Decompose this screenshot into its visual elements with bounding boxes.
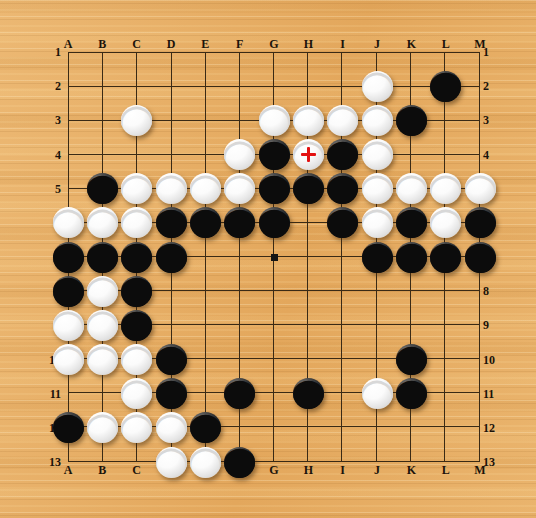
go-board-screenshot: AABBCCDDEEFFGGHHIIJJKKLLMM11223344556677…: [0, 0, 536, 518]
coord-label-left-4: 4: [35, 148, 61, 162]
stone-black-D6[interactable]: ●: [156, 207, 187, 238]
grid-cell: [206, 53, 240, 87]
stone-white-K5[interactable]: ○: [396, 173, 427, 204]
grid-cell: [69, 53, 103, 87]
coord-label-top-I: I: [330, 37, 356, 51]
stone-black-K3[interactable]: ●: [396, 105, 427, 136]
stone-white-D5[interactable]: ○: [156, 173, 187, 204]
coord-label-right-13: 13: [483, 455, 509, 469]
stone-white-J11[interactable]: ○: [362, 378, 393, 409]
coord-label-top-F: F: [227, 37, 253, 51]
grid-cell: [445, 359, 479, 393]
stone-white-B12[interactable]: ○: [87, 412, 118, 443]
coord-label-right-12: 12: [483, 421, 509, 435]
stone-black-C9[interactable]: ●: [121, 310, 152, 341]
coord-label-right-4: 4: [483, 148, 509, 162]
grid-cell: [308, 257, 342, 291]
grid-cell: [445, 291, 479, 325]
coord-label-left-11: 11: [35, 387, 61, 401]
coord-label-bottom-I: I: [330, 463, 356, 477]
stone-white-D12[interactable]: ○: [156, 412, 187, 443]
stone-white-B10[interactable]: ○: [87, 344, 118, 375]
grid-cell: [445, 121, 479, 155]
grid-cell: [445, 393, 479, 427]
stone-black-K10[interactable]: ●: [396, 344, 427, 375]
stone-white-J5[interactable]: ○: [362, 173, 393, 204]
coord-label-top-D: D: [158, 37, 184, 51]
stone-black-K11[interactable]: ●: [396, 378, 427, 409]
grid-cell: [274, 53, 308, 87]
coord-label-bottom-B: B: [89, 463, 115, 477]
coord-label-top-K: K: [398, 37, 424, 51]
stone-black-D7[interactable]: ●: [156, 242, 187, 273]
stone-black-I4[interactable]: ●: [327, 139, 358, 170]
grid-cell: [103, 53, 137, 87]
stone-black-F13[interactable]: ●: [224, 447, 255, 478]
stone-black-A8[interactable]: ●: [53, 276, 84, 307]
coord-label-top-B: B: [89, 37, 115, 51]
stone-black-H11[interactable]: ●: [293, 378, 324, 409]
coord-label-top-C: C: [124, 37, 150, 51]
grid-cell: [240, 53, 274, 87]
stone-black-E12[interactable]: ●: [190, 412, 221, 443]
stone-white-J6[interactable]: ○: [362, 207, 393, 238]
grid-cell: [240, 257, 274, 291]
coord-label-right-8: 8: [483, 284, 509, 298]
coord-label-top-G: G: [261, 37, 287, 51]
coord-label-bottom-G: G: [261, 463, 287, 477]
grid-cell: [342, 325, 376, 359]
coord-label-right-9: 9: [483, 318, 509, 332]
stone-black-K7[interactable]: ●: [396, 242, 427, 273]
grid-cell: [342, 427, 376, 461]
stone-white-E5[interactable]: ○: [190, 173, 221, 204]
go-board[interactable]: AABBCCDDEEFFGGHHIIJJKKLLMM11223344556677…: [0, 0, 536, 518]
grid-cell: [274, 291, 308, 325]
coord-label-left-13: 13: [35, 455, 61, 469]
grid-cell: [172, 53, 206, 87]
coord-label-bottom-C: C: [124, 463, 150, 477]
stone-black-G5[interactable]: ●: [259, 173, 290, 204]
grid-cell: [308, 325, 342, 359]
grid-cell: [69, 87, 103, 121]
stone-black-L7[interactable]: ●: [430, 242, 461, 273]
star-point-marker-G7: [271, 254, 278, 261]
coord-label-top-H: H: [295, 37, 321, 51]
grid-cell: [172, 121, 206, 155]
grid-cell: [240, 291, 274, 325]
stone-black-G4[interactable]: ●: [259, 139, 290, 170]
stone-white-C10[interactable]: ○: [121, 344, 152, 375]
grid-cell: [172, 291, 206, 325]
grid-cell: [342, 291, 376, 325]
coord-label-left-1: 1: [35, 45, 61, 59]
stone-white-B8[interactable]: ○: [87, 276, 118, 307]
stone-white-M5[interactable]: ○: [465, 173, 496, 204]
stone-black-G6[interactable]: ●: [259, 207, 290, 238]
stone-white-C3[interactable]: ○: [121, 105, 152, 136]
stone-black-L2[interactable]: ●: [430, 71, 461, 102]
stone-black-C7[interactable]: ●: [121, 242, 152, 273]
coord-label-right-3: 3: [483, 113, 509, 127]
stone-black-J7[interactable]: ●: [362, 242, 393, 273]
stone-white-G3[interactable]: ○: [259, 105, 290, 136]
stone-black-K6[interactable]: ●: [396, 207, 427, 238]
coord-label-bottom-L: L: [433, 463, 459, 477]
stone-black-A12[interactable]: ●: [53, 412, 84, 443]
stone-black-D11[interactable]: ●: [156, 378, 187, 409]
grid-cell: [206, 291, 240, 325]
stone-white-F4[interactable]: ○: [224, 139, 255, 170]
stone-black-M7[interactable]: ●: [465, 242, 496, 273]
coord-label-top-L: L: [433, 37, 459, 51]
stone-black-H5[interactable]: ●: [293, 173, 324, 204]
grid-cell: [445, 427, 479, 461]
grid-cell: [240, 325, 274, 359]
grid-cell: [172, 87, 206, 121]
coord-label-left-2: 2: [35, 79, 61, 93]
stone-white-B9[interactable]: ○: [87, 310, 118, 341]
stone-black-C8[interactable]: ●: [121, 276, 152, 307]
grid-cell: [377, 427, 411, 461]
coord-label-right-2: 2: [483, 79, 509, 93]
stone-white-E13[interactable]: ○: [190, 447, 221, 478]
coord-label-right-1: 1: [483, 45, 509, 59]
stone-black-B7[interactable]: ●: [87, 242, 118, 273]
stone-white-J4[interactable]: ○: [362, 139, 393, 170]
stone-white-A9[interactable]: ○: [53, 310, 84, 341]
grid-cell: [411, 427, 445, 461]
coord-label-left-3: 3: [35, 113, 61, 127]
coord-label-top-E: E: [192, 37, 218, 51]
coord-label-left-5: 5: [35, 182, 61, 196]
stone-black-E6[interactable]: ●: [190, 207, 221, 238]
coord-label-bottom-K: K: [398, 463, 424, 477]
stone-white-B6[interactable]: ○: [87, 207, 118, 238]
stone-white-J3[interactable]: ○: [362, 105, 393, 136]
grid-cell: [308, 53, 342, 87]
coord-label-right-11: 11: [483, 387, 509, 401]
grid-cell: [206, 257, 240, 291]
stone-black-B5[interactable]: ●: [87, 173, 118, 204]
stone-white-A10[interactable]: ○: [53, 344, 84, 375]
stone-white-J2[interactable]: ○: [362, 71, 393, 102]
coord-label-bottom-H: H: [295, 463, 321, 477]
stone-white-A6[interactable]: ○: [53, 207, 84, 238]
coord-label-bottom-J: J: [364, 463, 390, 477]
last-move-cross-marker-H4: [301, 147, 316, 162]
grid-cell: [274, 427, 308, 461]
grid-cell: [411, 291, 445, 325]
stone-black-D10[interactable]: ●: [156, 344, 187, 375]
stone-black-A7[interactable]: ●: [53, 242, 84, 273]
grid-cell: [377, 291, 411, 325]
grid-cell: [308, 427, 342, 461]
stone-black-M6[interactable]: ●: [465, 207, 496, 238]
grid-cell: [206, 325, 240, 359]
grid-cell: [445, 325, 479, 359]
grid-cell: [274, 325, 308, 359]
stone-white-H3[interactable]: ○: [293, 105, 324, 136]
grid-cell: [206, 87, 240, 121]
stone-white-D13[interactable]: ○: [156, 447, 187, 478]
grid-cell: [137, 53, 171, 87]
coord-label-right-10: 10: [483, 353, 509, 367]
grid-cell: [274, 257, 308, 291]
stone-white-I3[interactable]: ○: [327, 105, 358, 136]
grid-cell: [69, 121, 103, 155]
coord-label-top-J: J: [364, 37, 390, 51]
grid-cell: [308, 291, 342, 325]
